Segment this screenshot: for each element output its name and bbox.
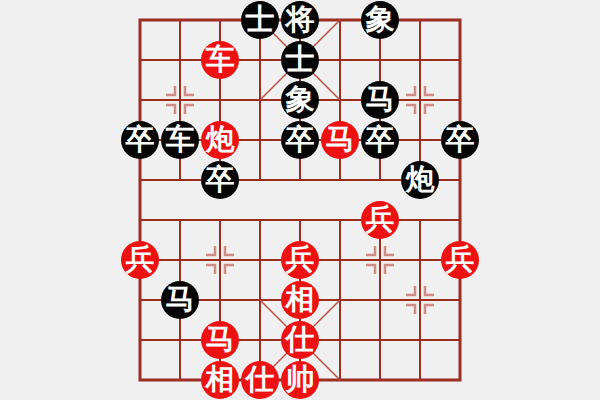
intersection: 象 [280, 80, 320, 120]
intersection: 相 [200, 360, 240, 400]
intersection: 士 [240, 0, 280, 40]
intersection: 帅 [280, 360, 320, 400]
piece-black-horse[interactable]: 马 [161, 281, 199, 319]
intersection: 卒 [120, 120, 160, 160]
xiangqi-board: 士将象车士象马卒车炮卒马卒卒卒炮兵兵兵兵马相马仕相仕帅 [0, 0, 600, 400]
intersection: 兵 [360, 200, 400, 240]
intersection: 将 [280, 0, 320, 40]
piece-red-soldier[interactable]: 兵 [281, 241, 319, 279]
intersection: 象 [360, 0, 400, 40]
intersection: 马 [160, 280, 200, 320]
piece-red-horse[interactable]: 马 [201, 321, 239, 359]
piece-black-advisor[interactable]: 士 [241, 1, 279, 39]
intersection: 炮 [200, 120, 240, 160]
piece-black-elephant[interactable]: 象 [281, 81, 319, 119]
piece-red-cannon[interactable]: 炮 [201, 121, 239, 159]
piece-red-soldier[interactable]: 兵 [121, 241, 159, 279]
intersection: 相 [280, 280, 320, 320]
piece-red-horse[interactable]: 马 [321, 121, 359, 159]
piece-black-soldier[interactable]: 卒 [281, 121, 319, 159]
piece-red-advisor[interactable]: 仕 [281, 321, 319, 359]
intersection: 车 [160, 120, 200, 160]
intersection: 马 [200, 320, 240, 360]
piece-red-soldier[interactable]: 兵 [361, 201, 399, 239]
piece-black-soldier[interactable]: 卒 [201, 161, 239, 199]
intersection: 卒 [280, 120, 320, 160]
piece-red-advisor[interactable]: 仕 [241, 361, 279, 399]
piece-red-chariot[interactable]: 车 [201, 41, 239, 79]
piece-red-soldier[interactable]: 兵 [441, 241, 479, 279]
piece-black-advisor[interactable]: 士 [281, 41, 319, 79]
piece-black-elephant[interactable]: 象 [361, 1, 399, 39]
piece-black-soldier[interactable]: 卒 [441, 121, 479, 159]
intersection: 兵 [280, 240, 320, 280]
board-intersections: 士将象车士象马卒车炮卒马卒卒卒炮兵兵兵兵马相马仕相仕帅 [120, 0, 480, 400]
intersection: 车 [200, 40, 240, 80]
intersection: 卒 [200, 160, 240, 200]
piece-red-general[interactable]: 帅 [281, 361, 319, 399]
piece-black-soldier[interactable]: 卒 [121, 121, 159, 159]
intersection: 马 [360, 80, 400, 120]
piece-black-horse[interactable]: 马 [361, 81, 399, 119]
piece-black-cannon[interactable]: 炮 [401, 161, 439, 199]
intersection: 炮 [400, 160, 440, 200]
piece-black-general[interactable]: 将 [281, 1, 319, 39]
intersection: 卒 [440, 120, 480, 160]
intersection: 仕 [280, 320, 320, 360]
intersection: 马 [320, 120, 360, 160]
intersection: 仕 [240, 360, 280, 400]
intersection: 兵 [440, 240, 480, 280]
intersection: 士 [280, 40, 320, 80]
intersection: 卒 [360, 120, 400, 160]
piece-red-elephant[interactable]: 相 [201, 361, 239, 399]
intersection: 兵 [120, 240, 160, 280]
piece-red-elephant[interactable]: 相 [281, 281, 319, 319]
piece-black-soldier[interactable]: 卒 [361, 121, 399, 159]
piece-black-chariot[interactable]: 车 [161, 121, 199, 159]
